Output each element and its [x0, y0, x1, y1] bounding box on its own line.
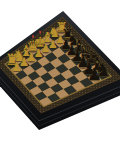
piece-black-pawn: ♟ — [87, 65, 102, 84]
piece-glyph-pawn: ♟ — [87, 65, 102, 84]
chess-set-photo: ♜♞♟♜♝♟♞♚♟♟♝♛♟♟♝♟♛♞♟♟♚♜♟♟♝♟♟♞♟ — [0, 0, 120, 144]
red-plume-accent — [32, 35, 34, 38]
piece-glyph-pawn: ♟ — [11, 60, 22, 74]
red-plume-accent — [39, 31, 41, 34]
piece-white-pawn: ♟ — [11, 60, 22, 74]
chess-set-svg: ♜♞♟♜♝♟♞♚♟♟♝♛♟♟♝♟♛♞♟♟♚♜♟♟♝♟♟♞♟ — [0, 0, 120, 144]
